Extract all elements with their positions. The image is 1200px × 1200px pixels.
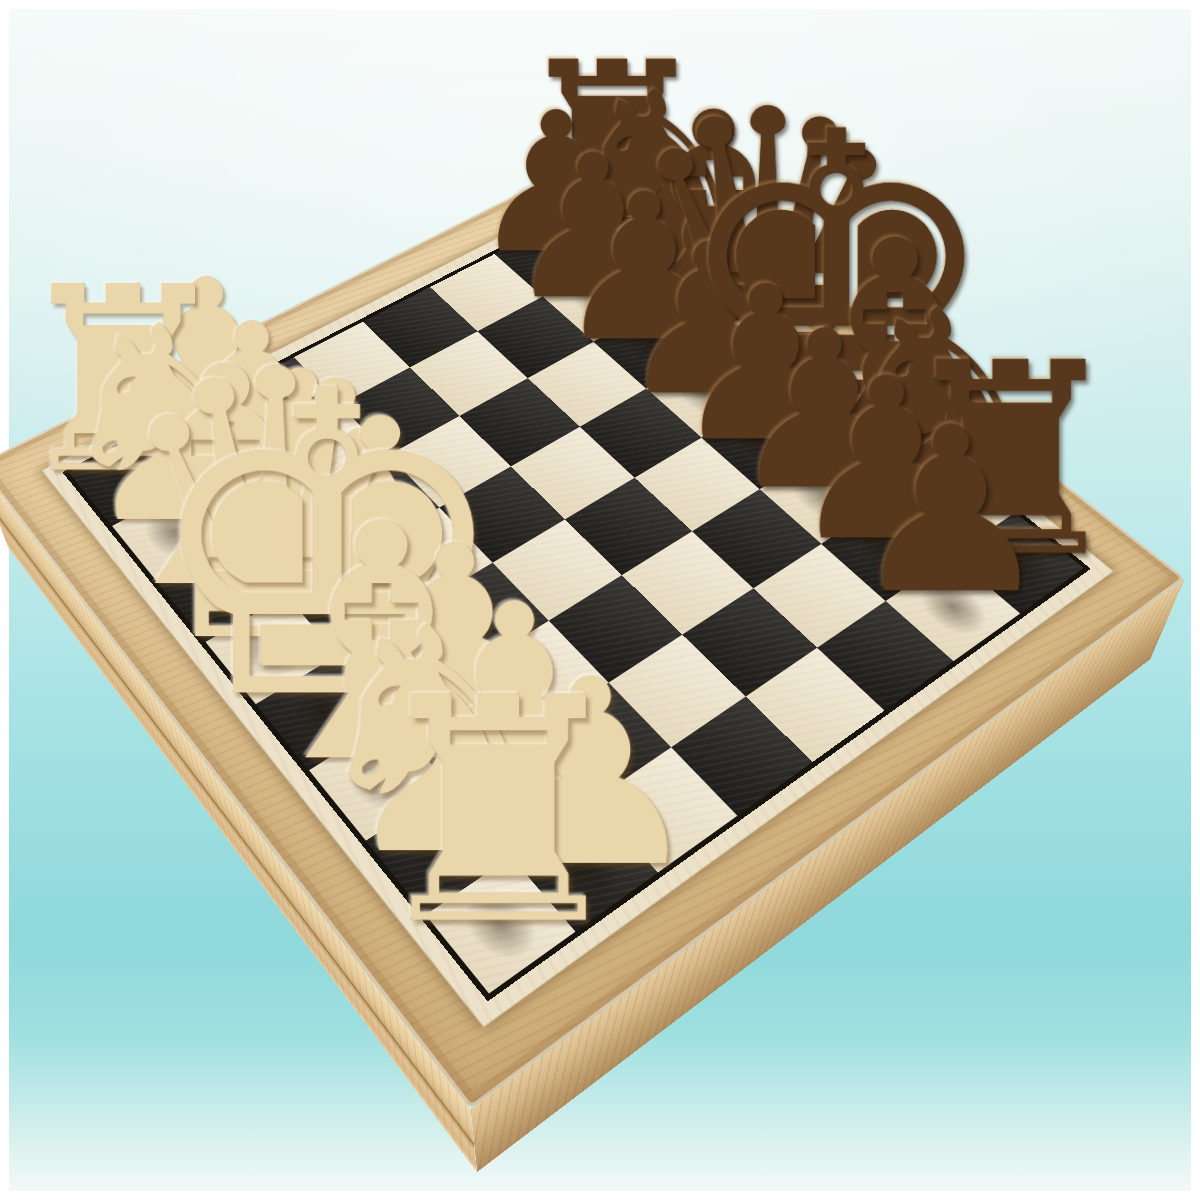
white-rook: ♜ [344,657,654,967]
board-sheet: ♜♞♝♛♚♝♞♜♟♟♟♟♟♟♟♟♟♟♟♟♟♟♟♟♜♞♝♛♚♝♞♜ [41,175,1114,1028]
chess-board: ♜♞♝♛♚♝♞♜♟♟♟♟♟♟♟♟♟♟♟♟♟♟♟♟♜♞♝♛♚♝♞♜ [62,187,1090,1002]
scene: ♜♞♝♛♚♝♞♜♟♟♟♟♟♟♟♟♟♟♟♟♟♟♟♟♜♞♝♛♚♝♞♜ [0,0,1200,1200]
studio-background: ♜♞♝♛♚♝♞♜♟♟♟♟♟♟♟♟♟♟♟♟♟♟♟♟♜♞♝♛♚♝♞♜ [0,0,1200,1200]
chess-box: ♜♞♝♛♚♝♞♜♟♟♟♟♟♟♟♟♟♟♟♟♟♟♟♟♜♞♝♛♚♝♞♜ [0,140,1185,1110]
square-h1: ♜ [425,856,575,993]
black-pawn: ♟ [837,397,1065,625]
